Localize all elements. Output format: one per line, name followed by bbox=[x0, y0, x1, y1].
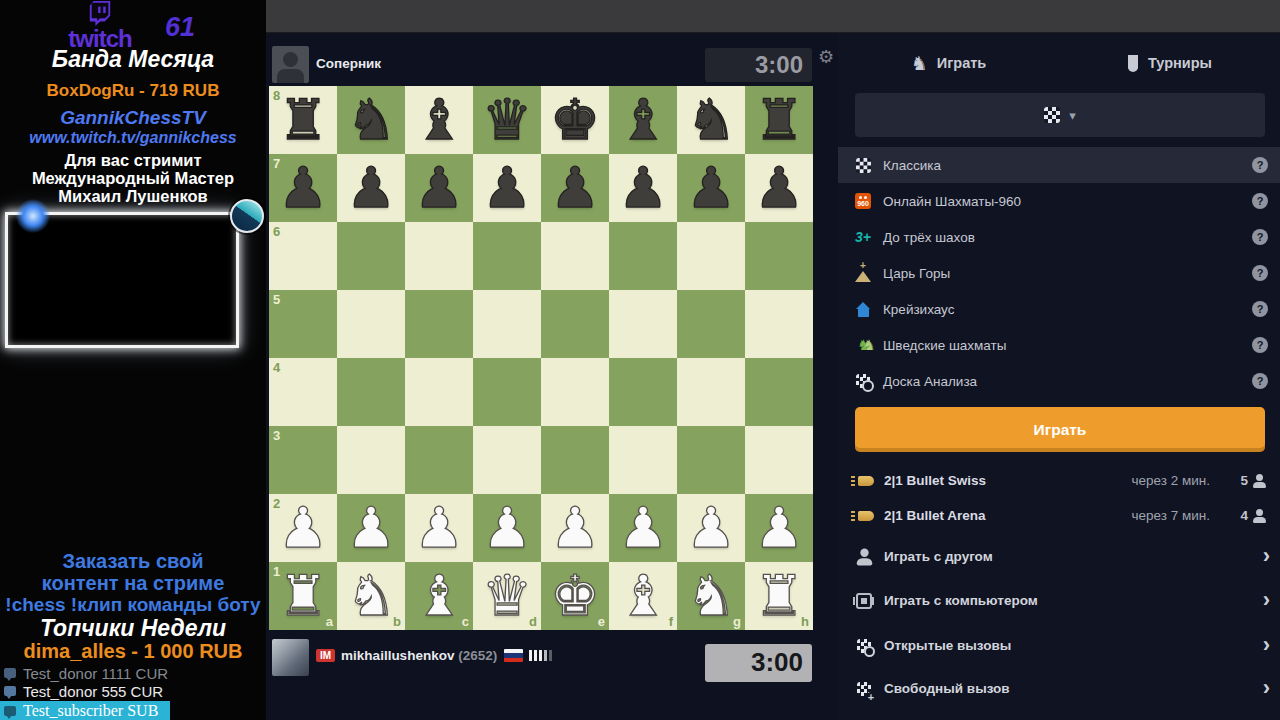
rank-label: 5 bbox=[273, 292, 280, 307]
connection-bars-icon bbox=[529, 650, 552, 661]
square-c8[interactable]: ♝ bbox=[405, 86, 473, 154]
piece-black-pawn[interactable]: ♟ bbox=[609, 154, 677, 222]
glow-orb bbox=[16, 199, 50, 233]
piece-white-king[interactable]: ♚ bbox=[541, 562, 609, 630]
square-d7[interactable]: ♟ bbox=[473, 154, 541, 222]
variant-row-2[interactable]: 960Онлайн Шахматы-960? bbox=[838, 183, 1280, 219]
square-b7[interactable]: ♟ bbox=[337, 154, 405, 222]
square-d8[interactable]: ♛ bbox=[473, 86, 541, 154]
bullet-icon bbox=[858, 476, 874, 486]
player-clock: 3:00 bbox=[705, 644, 812, 682]
play-knight-icon: ♞ bbox=[911, 52, 928, 74]
menu-row-friend[interactable]: Играть с другом› bbox=[838, 538, 1280, 578]
variant-label: Доска Анализа bbox=[883, 374, 977, 389]
event-row-2: Test_donor 555 CUR bbox=[4, 682, 163, 700]
square-b6[interactable] bbox=[337, 222, 405, 290]
channel-name: GannikChessTV bbox=[0, 107, 266, 129]
window-titlebar bbox=[266, 0, 1280, 33]
order-content-line2: контент на стриме bbox=[0, 572, 266, 595]
square-f1[interactable]: f♝ bbox=[609, 562, 677, 630]
piece-black-bishop[interactable]: ♝ bbox=[405, 86, 473, 154]
square-d1[interactable]: d♛ bbox=[473, 562, 541, 630]
square-c7[interactable]: ♟ bbox=[405, 154, 473, 222]
piece-black-pawn[interactable]: ♟ bbox=[541, 154, 609, 222]
square-h1[interactable]: h♜ bbox=[745, 562, 813, 630]
help-icon[interactable]: ? bbox=[1252, 229, 1268, 245]
square-e2[interactable]: ♟ bbox=[541, 494, 609, 562]
piece-white-pawn[interactable]: ♟ bbox=[473, 494, 541, 562]
piece-white-bishop[interactable]: ♝ bbox=[609, 562, 677, 630]
square-c1[interactable]: c♝ bbox=[405, 562, 473, 630]
square-g6[interactable] bbox=[677, 222, 745, 290]
board-type-icon bbox=[1044, 107, 1060, 123]
square-e5[interactable] bbox=[541, 290, 609, 358]
gear-icon[interactable]: ⚙ bbox=[818, 46, 834, 68]
piece-black-pawn[interactable]: ♟ bbox=[745, 154, 813, 222]
stream-overlay: twitch 61 Банда Месяца BoxDogRu - 719 RU… bbox=[0, 0, 266, 720]
square-c2[interactable]: ♟ bbox=[405, 494, 473, 562]
square-b1[interactable]: b♞ bbox=[337, 562, 405, 630]
bullet-icon bbox=[858, 511, 874, 521]
piece-white-knight[interactable]: ♞ bbox=[337, 562, 405, 630]
viewer-count: 61 bbox=[150, 12, 210, 43]
streamer-title-line: Международный Мастер bbox=[0, 169, 266, 188]
piece-black-pawn[interactable]: ♟ bbox=[473, 154, 541, 222]
square-d6[interactable] bbox=[473, 222, 541, 290]
square-g8[interactable]: ♞ bbox=[677, 86, 745, 154]
chess-board[interactable]: 8♜♞♝♛♚♝♞♜7♟♟♟♟♟♟♟♟65432♟♟♟♟♟♟♟♟1a♜b♞c♝d♛… bbox=[269, 86, 813, 630]
streamer-intro-line: Для вас стримит bbox=[0, 151, 266, 170]
square-f7[interactable]: ♟ bbox=[609, 154, 677, 222]
tab-play[interactable]: ♞ Играть bbox=[838, 45, 1059, 81]
variant-row-3[interactable]: 3+До трёх шахов? bbox=[838, 219, 1280, 255]
square-b4[interactable] bbox=[337, 358, 405, 426]
square-d4[interactable] bbox=[473, 358, 541, 426]
tournament-start-time: через 2 мин. bbox=[1132, 473, 1211, 488]
play-panel: ♞ Играть Турниры ▾ Классика?960Онлайн Ша… bbox=[838, 33, 1280, 720]
piece-black-pawn[interactable]: ♟ bbox=[269, 154, 337, 222]
play-button[interactable]: Играть bbox=[855, 407, 1265, 452]
variant-row-4[interactable]: Царь Горы? bbox=[838, 255, 1280, 291]
menu-row-computer[interactable]: Играть с компьютером› bbox=[838, 582, 1280, 622]
square-h8[interactable]: ♜ bbox=[745, 86, 813, 154]
opponent-avatar[interactable] bbox=[272, 46, 309, 83]
square-b5[interactable] bbox=[337, 290, 405, 358]
square-g1[interactable]: g♞ bbox=[677, 562, 745, 630]
chevron-right-icon: › bbox=[1263, 632, 1270, 658]
variant-row-6[interactable]: ♞♞Шведские шахматы? bbox=[838, 327, 1280, 363]
menu-label: Играть с компьютером bbox=[884, 593, 1038, 608]
square-h2[interactable]: ♟ bbox=[745, 494, 813, 562]
channel-badge-icon bbox=[230, 199, 264, 233]
square-h3[interactable] bbox=[745, 426, 813, 494]
square-a8[interactable]: 8♜ bbox=[269, 86, 337, 154]
help-icon[interactable]: ? bbox=[1252, 337, 1268, 353]
square-a5[interactable]: 5 bbox=[269, 290, 337, 358]
webcam-frame bbox=[5, 212, 239, 348]
square-e1[interactable]: e♚ bbox=[541, 562, 609, 630]
menu-row-open-challenges[interactable]: Открытые вызовы› bbox=[838, 627, 1280, 667]
variant-label: До трёх шахов bbox=[883, 230, 975, 245]
twitch-glitch-icon bbox=[88, 1, 112, 27]
square-f6[interactable] bbox=[609, 222, 677, 290]
player-name: mikhaillushenkov bbox=[341, 648, 454, 663]
square-d2[interactable]: ♟ bbox=[473, 494, 541, 562]
square-g4[interactable] bbox=[677, 358, 745, 426]
rank-label: 6 bbox=[273, 224, 280, 239]
square-a6[interactable]: 6 bbox=[269, 222, 337, 290]
piece-black-king[interactable]: ♚ bbox=[541, 86, 609, 154]
menu-label: Играть с другом bbox=[884, 549, 993, 564]
menu-row-custom-challenge[interactable]: Свободный вызов› bbox=[838, 670, 1280, 710]
piece-black-pawn[interactable]: ♟ bbox=[677, 154, 745, 222]
help-icon[interactable]: ? bbox=[1252, 373, 1268, 389]
russia-flag-icon bbox=[504, 649, 523, 662]
square-a4[interactable]: 4 bbox=[269, 358, 337, 426]
square-c3[interactable] bbox=[405, 426, 473, 494]
square-c4[interactable] bbox=[405, 358, 473, 426]
tournament-name: 2|1 Bullet Arena bbox=[884, 508, 986, 523]
square-b2[interactable]: ♟ bbox=[337, 494, 405, 562]
tournament-player-count: 5 bbox=[1240, 473, 1266, 488]
chess-app: Соперник 3:00 ⚙ 8♜♞♝♛♚♝♞♜7♟♟♟♟♟♟♟♟65432♟… bbox=[266, 0, 1280, 720]
piece-white-queen[interactable]: ♛ bbox=[473, 562, 541, 630]
piece-black-pawn[interactable]: ♟ bbox=[337, 154, 405, 222]
band-of-month-donor: BoxDogRu - 719 RUB bbox=[0, 81, 266, 101]
variant-label: Крейзихаус bbox=[883, 302, 954, 317]
king-of-the-hill-icon bbox=[854, 264, 872, 282]
rank-label: 4 bbox=[273, 360, 280, 375]
piece-black-rook[interactable]: ♜ bbox=[269, 86, 337, 154]
piece-white-pawn[interactable]: ♟ bbox=[677, 494, 745, 562]
tournament-name: 2|1 Bullet Swiss bbox=[884, 473, 986, 488]
piece-white-rook[interactable]: ♜ bbox=[745, 562, 813, 630]
square-d3[interactable] bbox=[473, 426, 541, 494]
chevron-down-icon: ▾ bbox=[1069, 108, 1076, 123]
tournament-row-2[interactable]: 2|1 Bullet Arenaчерез 7 мин.4 bbox=[838, 499, 1280, 534]
chat-bubble-icon bbox=[4, 686, 16, 696]
classic-board-icon bbox=[854, 156, 872, 174]
piece-white-pawn[interactable]: ♟ bbox=[745, 494, 813, 562]
chat-bubble-icon bbox=[4, 706, 16, 716]
variant-label: Онлайн Шахматы-960 bbox=[883, 194, 1021, 209]
piece-black-knight[interactable]: ♞ bbox=[337, 86, 405, 154]
friend-icon bbox=[854, 546, 874, 568]
opponent-name: Соперник bbox=[316, 56, 381, 71]
tournament-player-count: 4 bbox=[1240, 508, 1266, 523]
square-h7[interactable]: ♟ bbox=[745, 154, 813, 222]
square-e6[interactable] bbox=[541, 222, 609, 290]
bughouse-icon: ♞♞ bbox=[854, 336, 872, 354]
square-a2[interactable]: 2♟ bbox=[269, 494, 337, 562]
channel-url: www.twitch.tv/gannikchess bbox=[0, 129, 266, 147]
open-challenges-icon bbox=[854, 635, 874, 657]
person-icon bbox=[1253, 509, 1266, 523]
variant-label: Классика bbox=[883, 158, 941, 173]
piece-white-pawn[interactable]: ♟ bbox=[337, 494, 405, 562]
square-f3[interactable] bbox=[609, 426, 677, 494]
help-icon[interactable]: ? bbox=[1252, 265, 1268, 281]
piece-white-bishop[interactable]: ♝ bbox=[405, 562, 473, 630]
medal-icon bbox=[1127, 55, 1139, 72]
crazyhouse-icon bbox=[854, 300, 872, 318]
square-h6[interactable] bbox=[745, 222, 813, 290]
square-a7[interactable]: 7♟ bbox=[269, 154, 337, 222]
player-name-line: IMmikhaillushenkov (2652) bbox=[316, 648, 552, 663]
square-c5[interactable] bbox=[405, 290, 473, 358]
tab-play-label: Играть bbox=[937, 55, 986, 71]
opponent-clock: 3:00 bbox=[705, 48, 812, 82]
square-g2[interactable]: ♟ bbox=[677, 494, 745, 562]
variant-list: Классика?960Онлайн Шахматы-960?3+До трёх… bbox=[838, 147, 1280, 399]
help-icon[interactable]: ? bbox=[1252, 301, 1268, 317]
square-a3[interactable]: 3 bbox=[269, 426, 337, 494]
band-of-month-title: Банда Месяца bbox=[0, 46, 266, 73]
tournament-start-time: через 7 мин. bbox=[1132, 508, 1211, 523]
piece-white-pawn[interactable]: ♟ bbox=[405, 494, 473, 562]
menu-label: Открытые вызовы bbox=[884, 638, 1011, 653]
square-f4[interactable] bbox=[609, 358, 677, 426]
event-row-1: Test_donor 1111 CUR bbox=[4, 664, 168, 682]
custom-challenge-icon bbox=[854, 678, 874, 700]
chevron-right-icon: › bbox=[1263, 675, 1270, 701]
piece-white-rook[interactable]: ♜ bbox=[269, 562, 337, 630]
analysis-board-icon bbox=[854, 372, 872, 390]
time-control-dropdown[interactable]: ▾ bbox=[855, 93, 1265, 137]
player-avatar[interactable] bbox=[272, 639, 309, 676]
square-e4[interactable] bbox=[541, 358, 609, 426]
square-a1[interactable]: 1a♜ bbox=[269, 562, 337, 630]
event-row-3: Test_subscriber SUB bbox=[0, 701, 170, 720]
chevron-right-icon: › bbox=[1263, 587, 1270, 613]
piece-white-pawn[interactable]: ♟ bbox=[609, 494, 677, 562]
menu-label: Свободный вызов bbox=[884, 681, 1010, 696]
square-g3[interactable] bbox=[677, 426, 745, 494]
piece-black-rook[interactable]: ♜ bbox=[745, 86, 813, 154]
variant-label: Царь Горы bbox=[883, 266, 950, 281]
help-icon[interactable]: ? bbox=[1252, 193, 1268, 209]
square-f8[interactable]: ♝ bbox=[609, 86, 677, 154]
im-title-badge: IM bbox=[316, 649, 335, 662]
order-content-line1: Заказать свой bbox=[0, 550, 266, 573]
square-e7[interactable]: ♟ bbox=[541, 154, 609, 222]
piece-black-bishop[interactable]: ♝ bbox=[609, 86, 677, 154]
square-g5[interactable] bbox=[677, 290, 745, 358]
square-f5[interactable] bbox=[609, 290, 677, 358]
square-d5[interactable] bbox=[473, 290, 541, 358]
piece-black-pawn[interactable]: ♟ bbox=[405, 154, 473, 222]
variant-row-5[interactable]: Крейзихаус? bbox=[838, 291, 1280, 327]
three-check-icon: 3+ bbox=[854, 228, 872, 246]
chat-bubble-icon bbox=[4, 668, 16, 678]
square-e3[interactable] bbox=[541, 426, 609, 494]
event-text: Test_donor 1111 CUR bbox=[23, 665, 168, 682]
top-week-donor: dima_alles - 1 000 RUB bbox=[0, 640, 266, 663]
tournament-row-1[interactable]: 2|1 Bullet Swissчерез 2 мин.5 bbox=[838, 464, 1280, 499]
event-text: Test_donor 555 CUR bbox=[23, 683, 163, 700]
piece-black-queen[interactable]: ♛ bbox=[473, 86, 541, 154]
panel-tabs: ♞ Играть Турниры bbox=[838, 45, 1280, 81]
square-b8[interactable]: ♞ bbox=[337, 86, 405, 154]
variant-row-7[interactable]: Доска Анализа? bbox=[838, 363, 1280, 399]
event-text: Test_subscriber SUB bbox=[23, 702, 158, 720]
bot-commands-line: !chess !клип команды боту bbox=[0, 594, 266, 616]
square-c6[interactable] bbox=[405, 222, 473, 290]
computer-icon bbox=[854, 590, 874, 612]
square-b3[interactable] bbox=[337, 426, 405, 494]
square-h4[interactable] bbox=[745, 358, 813, 426]
square-g7[interactable]: ♟ bbox=[677, 154, 745, 222]
help-icon[interactable]: ? bbox=[1252, 157, 1268, 173]
piece-black-knight[interactable]: ♞ bbox=[677, 86, 745, 154]
piece-white-knight[interactable]: ♞ bbox=[677, 562, 745, 630]
square-f2[interactable]: ♟ bbox=[609, 494, 677, 562]
tab-tournaments[interactable]: Турниры bbox=[1059, 45, 1280, 81]
square-h5[interactable] bbox=[745, 290, 813, 358]
top-week-title: Топчики Недели bbox=[0, 615, 266, 642]
square-e8[interactable]: ♚ bbox=[541, 86, 609, 154]
tab-tournaments-label: Турниры bbox=[1148, 55, 1212, 71]
stream-frame: twitch 61 Банда Месяца BoxDogRu - 719 RU… bbox=[0, 0, 1280, 720]
variant-label: Шведские шахматы bbox=[883, 338, 1006, 353]
variant-row-1[interactable]: Классика? bbox=[838, 147, 1280, 183]
chevron-right-icon: › bbox=[1263, 543, 1270, 569]
piece-white-pawn[interactable]: ♟ bbox=[541, 494, 609, 562]
player-rating: (2652) bbox=[458, 648, 497, 663]
rank-label: 3 bbox=[273, 428, 280, 443]
piece-white-pawn[interactable]: ♟ bbox=[269, 494, 337, 562]
chess960-icon: 960 bbox=[854, 192, 872, 210]
person-icon bbox=[1253, 474, 1266, 488]
